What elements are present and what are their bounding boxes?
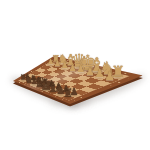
frame-coordinate-dot — [102, 68, 105, 69]
frame-coordinate-dot — [83, 64, 85, 65]
frame-coordinate-dot — [55, 96, 57, 97]
frame-coordinate-dot — [30, 86, 31, 87]
frame-coordinate-dot — [124, 73, 127, 74]
frame-coordinate-dot — [24, 84, 25, 85]
frame-coordinate-dot — [62, 99, 64, 100]
frame-coordinate-dot — [92, 66, 94, 67]
frame-coordinate-dot — [48, 94, 50, 95]
frame-coordinate-dot — [101, 89, 104, 90]
frame-coordinate-dot — [35, 89, 36, 90]
frame-coordinate-dot — [19, 82, 20, 83]
frame-coordinate-dot — [59, 59, 61, 60]
chess-set-photo: ♜♞♝♛♚♝♞♜♟♟♟♟♟♟♟♟♟♟♟♟♟♟♟♟♜♞♝♛♚♝♞♜ — [0, 0, 150, 150]
frame-coordinate-dot — [67, 60, 69, 61]
chess-board — [13, 56, 143, 104]
frame-coordinate-dot — [75, 62, 77, 63]
frame-coordinate-dot — [87, 94, 89, 95]
frame-coordinate-dot — [74, 100, 76, 101]
frame-coordinate-dot — [109, 85, 112, 86]
frame-coordinate-dot — [94, 92, 96, 93]
frame-coordinate-dot — [80, 97, 82, 98]
frame-coordinate-dot — [126, 78, 129, 79]
frame-coordinate-dot — [118, 82, 121, 83]
frame-coordinate-dot — [113, 71, 116, 72]
frame-coordinate-dot — [42, 91, 44, 92]
